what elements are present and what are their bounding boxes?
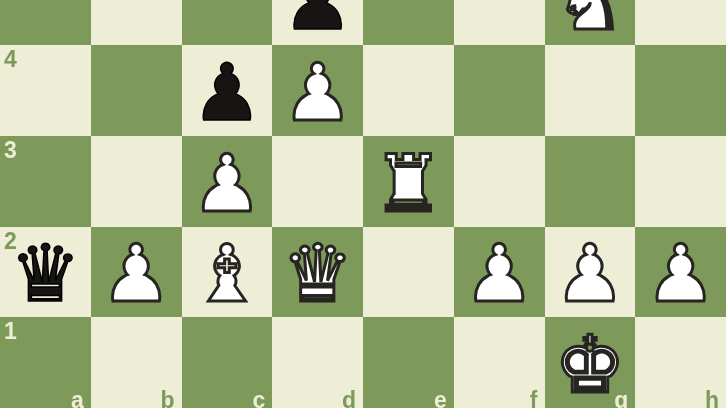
square-a3[interactable]: 3 [0,136,91,227]
file-label-c: c [252,389,265,408]
square-c5[interactable] [182,0,273,45]
white-pawn[interactable]: ♟ [282,54,353,133]
square-a1[interactable]: 1a [0,317,91,408]
square-f1[interactable]: f [454,317,545,408]
chess-board: 8765♟♞4♟♟3♟♜♛2♟♝♛♟♟♟1abcdef♚gh [0,0,726,408]
square-c1[interactable]: c [182,317,273,408]
square-f4[interactable] [454,45,545,136]
white-pawn[interactable]: ♟ [101,235,172,314]
square-c2[interactable]: ♝ [182,227,273,318]
square-e2[interactable] [363,227,454,318]
square-b4[interactable] [91,45,182,136]
chess-board-viewport: 8765♟♞4♟♟3♟♜♛2♟♝♛♟♟♟1abcdef♚gh [0,0,726,408]
square-g5[interactable]: ♞ [545,0,636,45]
file-label-h: h [705,389,719,408]
square-c3[interactable]: ♟ [182,136,273,227]
square-b2[interactable]: ♟ [91,227,182,318]
file-label-e: e [434,389,447,408]
file-label-a: a [71,389,84,408]
white-pawn[interactable]: ♟ [464,235,535,314]
square-d2[interactable]: ♛ [272,227,363,318]
square-d1[interactable]: d [272,317,363,408]
file-label-g: g [614,389,628,408]
file-label-b: b [160,389,174,408]
rank-label-2: 2 [4,230,17,253]
square-g4[interactable] [545,45,636,136]
square-e5[interactable] [363,0,454,45]
square-b5[interactable] [91,0,182,45]
rank-label-4: 4 [4,48,17,71]
white-bishop[interactable]: ♝ [191,235,262,314]
file-label-f: f [530,389,538,408]
square-g2[interactable]: ♟ [545,227,636,318]
square-f3[interactable] [454,136,545,227]
white-knight[interactable]: ♞ [554,0,625,42]
square-d4[interactable]: ♟ [272,45,363,136]
square-b3[interactable] [91,136,182,227]
square-h4[interactable] [635,45,726,136]
square-a2[interactable]: ♛2 [0,227,91,318]
square-f5[interactable] [454,0,545,45]
white-queen[interactable]: ♛ [282,235,353,314]
file-label-d: d [342,389,356,408]
rank-label-3: 3 [4,139,17,162]
square-a5[interactable]: 5 [0,0,91,45]
square-h3[interactable] [635,136,726,227]
white-pawn[interactable]: ♟ [645,235,716,314]
black-pawn[interactable]: ♟ [282,0,353,42]
white-rook[interactable]: ♜ [373,145,444,224]
square-c4[interactable]: ♟ [182,45,273,136]
square-e3[interactable]: ♜ [363,136,454,227]
rank-label-1: 1 [4,320,17,343]
white-pawn[interactable]: ♟ [554,235,625,314]
square-g3[interactable] [545,136,636,227]
black-pawn[interactable]: ♟ [191,54,262,133]
square-h5[interactable] [635,0,726,45]
square-d5[interactable]: ♟ [272,0,363,45]
square-e1[interactable]: e [363,317,454,408]
square-b1[interactable]: b [91,317,182,408]
square-a4[interactable]: 4 [0,45,91,136]
square-g1[interactable]: ♚g [545,317,636,408]
square-h2[interactable]: ♟ [635,227,726,318]
black-queen[interactable]: ♛ [10,235,81,314]
square-f2[interactable]: ♟ [454,227,545,318]
square-h1[interactable]: h [635,317,726,408]
square-d3[interactable] [272,136,363,227]
square-e4[interactable] [363,45,454,136]
white-pawn[interactable]: ♟ [191,145,262,224]
